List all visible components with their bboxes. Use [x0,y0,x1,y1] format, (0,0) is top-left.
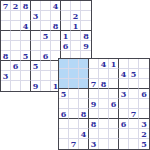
g2-cell-r1c0[interactable] [59,69,69,79]
g2-cell-r6c5[interactable] [109,119,119,129]
g2-cell-r8c1[interactable]: 7 [69,139,79,149]
g2-cell-r3c4[interactable] [99,89,109,99]
g1-cell-r3c5[interactable] [51,31,61,41]
g1-cell-r3c3[interactable] [31,31,41,41]
g1-cell-r3c2[interactable] [21,31,31,41]
g1-cell-r4c0[interactable] [1,41,11,51]
g2-cell-r5c3[interactable] [89,109,99,119]
g1-cell-r0c1[interactable]: 2 [11,1,21,11]
g2-cell-r3c0[interactable]: 5 [59,89,69,99]
g2-cell-r1c6[interactable]: 4 [119,69,129,79]
g2-cell-r1c8[interactable] [139,69,149,79]
g2-cell-r1c1[interactable] [69,69,79,79]
g1-cell-r2c2[interactable]: 4 [21,21,31,31]
g2-cell-r0c7[interactable] [129,59,139,69]
g2-cell-r8c0[interactable] [59,139,69,149]
g2-cell-r4c5[interactable]: 6 [109,99,119,109]
g2-cell-r1c4[interactable] [99,69,109,79]
g2-cell-r5c2[interactable]: 8 [79,109,89,119]
g2-cell-r7c2[interactable]: 4 [79,129,89,139]
g2-cell-r6c0[interactable] [59,119,69,129]
g1-cell-r7c0[interactable]: 3 [1,71,11,81]
g2-cell-r7c8[interactable]: 2 [139,129,149,139]
g1-cell-r1c4[interactable] [41,11,51,21]
g2-cell-r0c0[interactable] [59,59,69,69]
g1-cell-r7c3[interactable] [31,71,41,81]
g2-cell-r5c0[interactable]: 6 [59,109,69,119]
g1-cell-r4c5[interactable] [51,41,61,51]
g1-cell-r0c0[interactable]: 7 [1,1,11,11]
g1-cell-r1c2[interactable] [21,11,31,21]
g2-cell-r8c6[interactable] [119,139,129,149]
g1-cell-r0c8[interactable] [81,1,91,11]
g2-cell-r6c8[interactable]: 3 [139,119,149,129]
g1-cell-r7c2[interactable] [21,71,31,81]
g2-cell-r2c3[interactable]: 7 [89,79,99,89]
g2-cell-r6c6[interactable]: 6 [119,119,129,129]
g2-cell-r7c4[interactable] [99,129,109,139]
g2-cell-r2c8[interactable] [139,79,149,89]
g1-cell-r1c5[interactable] [51,11,61,21]
g2-cell-r7c6[interactable] [119,129,129,139]
g1-cell-r2c5[interactable]: 8 [51,21,61,31]
g1-cell-r8c2[interactable] [21,81,31,91]
g1-cell-r6c0[interactable] [1,61,11,71]
g1-cell-r8c1[interactable] [11,81,21,91]
g2-cell-r7c7[interactable] [129,129,139,139]
g1-cell-r3c1[interactable] [11,31,21,41]
g2-cell-r0c8[interactable] [139,59,149,69]
g2-cell-r3c1[interactable] [69,89,79,99]
g2-cell-r4c6[interactable] [119,99,129,109]
g1-cell-r6c2[interactable] [21,61,31,71]
g1-cell-r0c4[interactable] [41,1,51,11]
g2-cell-r2c6[interactable] [119,79,129,89]
g1-cell-r7c1[interactable] [11,71,21,81]
g2-cell-r2c0[interactable] [59,79,69,89]
g1-cell-r1c3[interactable]: 3 [31,11,41,21]
g2-cell-r3c8[interactable]: 6 [139,89,149,99]
g2-cell-r8c8[interactable]: 5 [139,139,149,149]
g2-cell-r1c7[interactable]: 5 [129,69,139,79]
g1-cell-r4c4[interactable] [41,41,51,51]
g1-cell-r8c0[interactable] [1,81,11,91]
g2-cell-r0c4[interactable]: 4 [99,59,109,69]
g2-cell-r3c2[interactable] [79,89,89,99]
g2-cell-r4c2[interactable] [79,99,89,109]
g1-cell-r5c0[interactable]: 8 [1,51,11,61]
g2-cell-r2c7[interactable] [129,79,139,89]
g1-cell-r6c4[interactable] [41,61,51,71]
g2-cell-r4c4[interactable] [99,99,109,109]
g1-cell-r1c8[interactable] [81,11,91,21]
g2-cell-r2c1[interactable] [69,79,79,89]
g1-cell-r1c1[interactable] [11,11,21,21]
g2-cell-r7c0[interactable] [59,129,69,139]
g1-cell-r5c4[interactable]: 6 [41,51,51,61]
g1-cell-r4c1[interactable] [11,41,21,51]
g1-cell-r0c3[interactable] [31,1,41,11]
g1-cell-r3c0[interactable] [1,31,11,41]
g2-cell-r2c5[interactable] [109,79,119,89]
g1-cell-r0c5[interactable]: 4 [51,1,61,11]
g2-cell-r4c3[interactable]: 9 [89,99,99,109]
g2-cell-r0c6[interactable] [119,59,129,69]
g1-cell-r4c6[interactable]: 6 [61,41,71,51]
g2-cell-r5c8[interactable] [139,109,149,119]
g1-cell-r5c1[interactable] [11,51,21,61]
g1-cell-r2c8[interactable] [81,21,91,31]
g1-cell-r3c8[interactable]: 8 [81,31,91,41]
g2-cell-r5c6[interactable] [119,109,129,119]
g1-cell-r1c6[interactable] [61,11,71,21]
g2-cell-r5c1[interactable] [69,109,79,119]
g1-cell-r3c6[interactable]: 1 [61,31,71,41]
g2-cell-r8c7[interactable] [129,139,139,149]
g2-cell-r1c2[interactable] [79,69,89,79]
g1-cell-r3c7[interactable] [71,31,81,41]
g2-cell-r3c3[interactable] [89,89,99,99]
g2-cell-r8c5[interactable] [109,139,119,149]
g1-cell-r2c0[interactable] [1,21,11,31]
g1-cell-r1c0[interactable] [1,11,11,21]
g2-cell-r4c0[interactable] [59,99,69,109]
g1-cell-r8c4[interactable] [41,81,51,91]
g2-cell-r6c4[interactable] [99,119,109,129]
g2-cell-r0c1[interactable] [69,59,79,69]
g2-cell-r8c2[interactable] [79,139,89,149]
g2-cell-r0c2[interactable] [79,59,89,69]
g1-cell-r2c7[interactable]: 1 [71,21,81,31]
g1-cell-r6c3[interactable]: 5 [31,61,41,71]
g2-cell-r1c3[interactable] [89,69,99,79]
g1-cell-r5c2[interactable]: 5 [21,51,31,61]
g1-cell-r4c7[interactable] [71,41,81,51]
g2-cell-r4c7[interactable] [129,99,139,109]
g2-cell-r0c5[interactable]: 1 [109,59,119,69]
g2-cell-r3c6[interactable]: 3 [119,89,129,99]
g2-cell-r0c3[interactable] [89,59,99,69]
g2-cell-r4c8[interactable] [139,99,149,109]
g1-cell-r4c2[interactable] [21,41,31,51]
g2-cell-r6c3[interactable]: 8 [89,119,99,129]
g2-cell-r5c5[interactable] [109,109,119,119]
g1-cell-r4c8[interactable]: 9 [81,41,91,51]
g2-cell-r7c5[interactable] [109,129,119,139]
g2-cell-r7c1[interactable] [69,129,79,139]
g2-cell-r2c2[interactable] [79,79,89,89]
sudoku-grid-bottom-right: 4145785369668786342735 [58,58,150,150]
g1-cell-r1c7[interactable]: 2 [71,11,81,21]
g1-cell-r0c6[interactable] [61,1,71,11]
g1-cell-r0c7[interactable] [71,1,81,11]
g1-cell-r5c3[interactable] [31,51,41,61]
g1-cell-r2c1[interactable] [11,21,21,31]
g1-cell-r3c4[interactable]: 5 [41,31,51,41]
g1-cell-r8c3[interactable]: 9 [31,81,41,91]
g2-cell-r4c1[interactable] [69,99,79,109]
g1-cell-r2c4[interactable] [41,21,51,31]
g2-cell-r2c4[interactable]: 8 [99,79,109,89]
g2-cell-r5c7[interactable]: 7 [129,109,139,119]
g2-cell-r3c7[interactable] [129,89,139,99]
g2-cell-r8c3[interactable]: 3 [89,139,99,149]
g1-cell-r0c2[interactable]: 8 [21,1,31,11]
g2-cell-r5c4[interactable] [99,109,109,119]
g1-cell-r6c1[interactable]: 6 [11,61,21,71]
g1-cell-r2c3[interactable] [31,21,41,31]
g2-cell-r6c7[interactable] [129,119,139,129]
g2-cell-r7c3[interactable] [89,129,99,139]
g1-cell-r2c6[interactable] [61,21,71,31]
g2-cell-r8c4[interactable] [99,139,109,149]
g2-cell-r6c2[interactable] [79,119,89,129]
g2-cell-r1c5[interactable] [109,69,119,79]
g1-cell-r4c3[interactable] [31,41,41,51]
twodoku-board: 7284324815186985665391 41457853696687863… [0,0,150,150]
g1-cell-r7c4[interactable] [41,71,51,81]
g2-cell-r3c5[interactable] [109,89,119,99]
g2-cell-r6c1[interactable] [69,119,79,129]
